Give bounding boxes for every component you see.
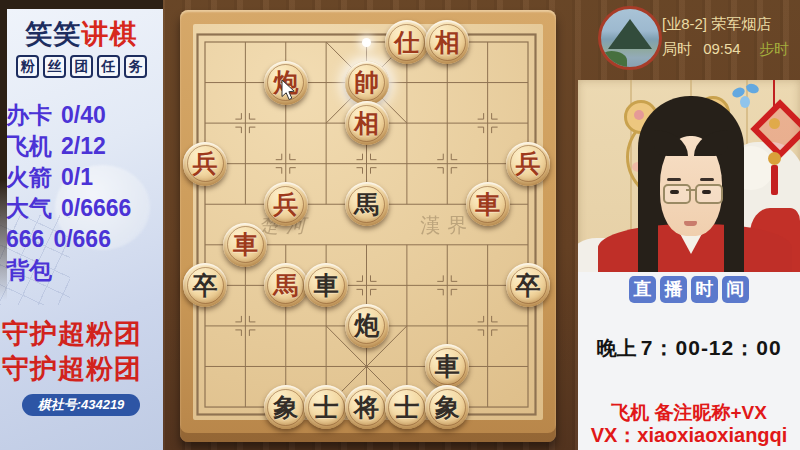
task-row: 飞机2/12: [6, 131, 131, 162]
task-label: 火箭: [6, 164, 52, 190]
task-row: 6660/666: [6, 224, 131, 255]
glasses-right-lens: [695, 184, 723, 204]
piece-character: 車: [475, 192, 500, 217]
opponent-name: [业8-2] 荣军烟店: [662, 15, 771, 34]
piece-red-chariot[interactable]: 車: [223, 223, 267, 267]
task-value: 0/40: [61, 102, 106, 128]
live-title-char: 直: [629, 276, 656, 303]
last-move-marker: [362, 38, 371, 47]
piece-black-horse[interactable]: 馬: [345, 182, 389, 226]
move-clock-label: 步时: [759, 40, 789, 57]
piece-black-advisor[interactable]: 士: [304, 385, 348, 429]
guard-banner: 守护超粉团 守护超粉团: [2, 317, 162, 387]
sidebar-top-edge: [0, 0, 163, 9]
piece-character: 象: [273, 395, 298, 420]
river-text-right: 漢界: [420, 214, 474, 236]
task-value: 0/666: [53, 226, 111, 252]
piece-character: 士: [394, 395, 419, 420]
task-label: 大气: [6, 195, 52, 221]
eye-left: [670, 190, 679, 194]
game-clock-label: 局时: [662, 40, 692, 57]
piece-character: 馬: [273, 273, 298, 298]
fan-badge-char: 丝: [43, 55, 66, 78]
task-list: 办卡0/40 飞机2/12 火箭0/1 大气0/6666 6660/666 背包: [6, 100, 131, 286]
piece-black-elephant[interactable]: 象: [425, 385, 469, 429]
piece-red-elephant[interactable]: 相: [425, 20, 469, 64]
task-row-backpack: 背包: [6, 255, 131, 286]
piece-character: 車: [314, 273, 339, 298]
live-title-char: 播: [660, 276, 687, 303]
schedule-text: 晚上 7：00-12：00: [578, 334, 800, 362]
opponent-avatar: [598, 6, 662, 70]
xiangqi-board-panel: 楚河漢界仕相炮帥相兵兵兵馬車車卒馬車卒炮車象士将士象: [180, 10, 556, 442]
club-id-pill: 棋社号:434219: [22, 394, 140, 416]
eyebrow-left: [667, 178, 681, 181]
piece-black-pawn[interactable]: 卒: [506, 263, 550, 307]
task-value: 2/12: [61, 133, 106, 159]
hair-strand-right: [724, 150, 744, 272]
live-time-title: 直 播 时 间: [578, 276, 800, 303]
hair-strand-left: [638, 150, 658, 272]
task-label: 666: [6, 226, 44, 252]
guard-line: 守护超粉团: [2, 317, 162, 352]
piece-character: 車: [435, 354, 460, 379]
piece-red-pawn[interactable]: 兵: [183, 142, 227, 186]
fan-badge-char: 团: [70, 55, 93, 78]
piece-character: 仕: [394, 30, 419, 55]
stream-sidebar: 笑笑讲棋 粉 丝 团 任 务 办卡0/40 飞机2/12 火箭0/1 大气0/6…: [0, 0, 163, 450]
task-value: 0/1: [61, 164, 93, 190]
piece-character: 帥: [354, 70, 379, 95]
shore-photo: [601, 51, 627, 67]
piece-character: 馬: [354, 192, 379, 217]
eyebrow-right: [700, 178, 714, 181]
sidebar-left-edge: [0, 0, 7, 300]
piece-red-king[interactable]: 帥: [345, 61, 389, 105]
contact-wechat: VX：xiaoxiaoxiangqi: [578, 422, 800, 449]
fan-badge-char: 务: [124, 55, 147, 78]
webcam-panel: [578, 80, 800, 272]
piece-character: 兵: [273, 192, 298, 217]
piece-character: 卒: [193, 273, 218, 298]
piece-character: 士: [314, 395, 339, 420]
piece-character: 卒: [516, 273, 541, 298]
piece-character: 兵: [193, 151, 218, 176]
piece-red-advisor[interactable]: 仕: [385, 20, 429, 64]
streamer-logo: 笑笑讲棋: [0, 16, 163, 52]
task-label: 背包: [6, 257, 52, 283]
mouth: [684, 221, 697, 226]
task-row: 办卡0/40: [6, 100, 131, 131]
fan-club-badge: 粉 丝 团 任 务: [0, 55, 163, 78]
opponent-clocks: 局时 09:54 步时: [662, 40, 789, 59]
stream-info-panel: 直 播 时 间 晚上 7：00-12：00 飞机 备注昵称+VX VX：xiao…: [578, 272, 800, 450]
xiangqi-board[interactable]: 楚河漢界仕相炮帥相兵兵兵馬車車卒馬車卒炮車象士将士象: [193, 24, 543, 420]
piece-red-pawn[interactable]: 兵: [264, 182, 308, 226]
piece-red-horse[interactable]: 馬: [264, 263, 308, 307]
piece-black-elephant[interactable]: 象: [264, 385, 308, 429]
piece-character: 相: [435, 30, 460, 55]
task-row: 火箭0/1: [6, 162, 131, 193]
task-label: 办卡: [6, 102, 52, 128]
piece-black-advisor[interactable]: 士: [385, 385, 429, 429]
piece-character: 車: [233, 232, 258, 257]
schedule-time: 7：00-12：00: [641, 336, 782, 359]
fan-badge-char: 任: [97, 55, 120, 78]
task-row: 大气0/6666: [6, 193, 131, 224]
piece-black-king[interactable]: 将: [345, 385, 389, 429]
logo-part2: 讲棋: [82, 19, 138, 49]
piece-character: 兵: [516, 151, 541, 176]
schedule-prefix: 晚上: [596, 337, 636, 359]
mouse-cursor: [281, 80, 296, 105]
piece-black-cannon[interactable]: 炮: [345, 304, 389, 348]
piece-red-elephant[interactable]: 相: [345, 101, 389, 145]
glasses-left-lens: [663, 184, 691, 204]
fan-badge-char: 粉: [16, 55, 39, 78]
task-label: 飞机: [6, 133, 52, 159]
piece-red-chariot[interactable]: 車: [466, 182, 510, 226]
piece-character: 炮: [354, 313, 379, 338]
piece-character: 相: [354, 111, 379, 136]
game-clock-value: 09:54: [703, 40, 741, 57]
piece-red-pawn[interactable]: 兵: [506, 142, 550, 186]
logo-part1: 笑笑: [26, 19, 82, 49]
live-title-char: 时: [691, 276, 718, 303]
guard-line: 守护超粉团: [2, 352, 162, 387]
chinese-knot-decoration: [754, 80, 794, 205]
piece-character: 将: [354, 395, 379, 420]
glasses-bridge: [686, 189, 696, 191]
piece-character: 象: [435, 395, 460, 420]
live-title-char: 间: [722, 276, 749, 303]
eye-right: [702, 190, 711, 194]
mountain-photo: [608, 19, 652, 49]
task-value: 0/6666: [61, 195, 131, 221]
